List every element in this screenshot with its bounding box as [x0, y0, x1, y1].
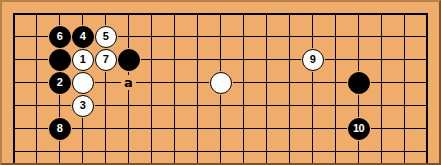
- intersection-1-3: [2, 48, 25, 71]
- intersection-12-6: [255, 117, 278, 140]
- intersection-2-1: [25, 2, 48, 25]
- intersection-5-2: 5: [94, 25, 117, 48]
- intersection-4-3: 1: [71, 48, 94, 71]
- intersection-14-4: [301, 71, 324, 94]
- intersection-7-5: [140, 94, 163, 117]
- intersection-11-1: [232, 2, 255, 25]
- black-stone-4: 4: [72, 26, 94, 48]
- intersection-13-2: [278, 25, 301, 48]
- intersection-1-5: [2, 94, 25, 117]
- intersection-11-7: [232, 140, 255, 163]
- intersection-15-3: [324, 48, 347, 71]
- white-stone-7: 7: [95, 49, 117, 71]
- intersection-4-1: [71, 2, 94, 25]
- black-stone-8: 8: [49, 118, 71, 140]
- intersection-10-5: [209, 94, 232, 117]
- intersection-3-6: 8: [48, 117, 71, 140]
- intersection-19-2: [416, 25, 439, 48]
- intersection-7-6: [140, 117, 163, 140]
- intersection-14-1: [301, 2, 324, 25]
- intersection-15-4: [324, 71, 347, 94]
- intersection-10-3: [209, 48, 232, 71]
- intersection-8-1: [163, 2, 186, 25]
- intersection-12-5: [255, 94, 278, 117]
- intersection-4-2: 4: [71, 25, 94, 48]
- intersection-2-3: [25, 48, 48, 71]
- intersection-18-3: [393, 48, 416, 71]
- intersection-16-6: 10: [347, 117, 370, 140]
- intersection-16-1: [347, 2, 370, 25]
- intersection-3-5: [48, 94, 71, 117]
- intersection-12-4: [255, 71, 278, 94]
- white-stone: [210, 72, 232, 94]
- intersection-7-2: [140, 25, 163, 48]
- intersection-5-3: 7: [94, 48, 117, 71]
- intersection-11-5: [232, 94, 255, 117]
- intersection-10-1: [209, 2, 232, 25]
- intersection-17-4: [370, 71, 393, 94]
- intersection-9-6: [186, 117, 209, 140]
- intersection-16-4: [347, 71, 370, 94]
- intersection-14-6: [301, 117, 324, 140]
- go-board-diagram: 6451792a3810: [0, 0, 441, 165]
- intersection-10-7: [209, 140, 232, 163]
- intersection-10-6: [209, 117, 232, 140]
- intersection-19-3: [416, 48, 439, 71]
- intersection-9-3: [186, 48, 209, 71]
- intersection-19-7: [416, 140, 439, 163]
- intersection-17-2: [370, 25, 393, 48]
- intersection-17-3: [370, 48, 393, 71]
- intersection-15-7: [324, 140, 347, 163]
- intersection-8-7: [163, 140, 186, 163]
- intersection-8-6: [163, 117, 186, 140]
- intersection-19-1: [416, 2, 439, 25]
- intersection-3-3: [48, 48, 71, 71]
- intersection-15-1: [324, 2, 347, 25]
- intersection-3-7: [48, 140, 71, 163]
- intersection-15-5: [324, 94, 347, 117]
- point-label-a: a: [121, 75, 136, 90]
- intersection-17-6: [370, 117, 393, 140]
- intersection-5-7: [94, 140, 117, 163]
- intersection-9-2: [186, 25, 209, 48]
- intersection-8-5: [163, 94, 186, 117]
- intersection-2-2: [25, 25, 48, 48]
- intersection-18-1: [393, 2, 416, 25]
- intersection-17-1: [370, 2, 393, 25]
- intersection-3-1: [48, 2, 71, 25]
- intersection-2-7: [25, 140, 48, 163]
- intersection-9-5: [186, 94, 209, 117]
- intersection-15-2: [324, 25, 347, 48]
- white-stone-3: 3: [72, 95, 94, 117]
- intersection-12-3: [255, 48, 278, 71]
- intersection-8-3: [163, 48, 186, 71]
- intersection-16-7: [347, 140, 370, 163]
- intersection-4-6: [71, 117, 94, 140]
- intersection-14-3: 9: [301, 48, 324, 71]
- intersection-16-3: [347, 48, 370, 71]
- intersection-10-4: [209, 71, 232, 94]
- intersection-16-5: [347, 94, 370, 117]
- intersection-4-5: 3: [71, 94, 94, 117]
- intersection-9-1: [186, 2, 209, 25]
- intersection-18-4: [393, 71, 416, 94]
- black-stone-2: 2: [49, 72, 71, 94]
- intersection-18-7: [393, 140, 416, 163]
- intersection-13-3: [278, 48, 301, 71]
- intersection-12-2: [255, 25, 278, 48]
- white-stone-1: 1: [72, 49, 94, 71]
- intersection-7-3: [140, 48, 163, 71]
- intersection-12-1: [255, 2, 278, 25]
- intersection-19-6: [416, 117, 439, 140]
- intersection-15-6: [324, 117, 347, 140]
- intersection-13-1: [278, 2, 301, 25]
- intersection-6-7: [117, 140, 140, 163]
- intersection-5-1: [94, 2, 117, 25]
- intersection-12-7: [255, 140, 278, 163]
- intersection-6-2: [117, 25, 140, 48]
- black-stone-10: 10: [348, 118, 370, 140]
- intersection-17-7: [370, 140, 393, 163]
- intersection-11-3: [232, 48, 255, 71]
- intersection-11-6: [232, 117, 255, 140]
- intersection-13-5: [278, 94, 301, 117]
- intersection-11-2: [232, 25, 255, 48]
- intersection-16-2: [347, 25, 370, 48]
- intersection-2-5: [25, 94, 48, 117]
- intersection-18-6: [393, 117, 416, 140]
- black-stone: [49, 49, 71, 71]
- intersection-18-5: [393, 94, 416, 117]
- intersection-13-4: [278, 71, 301, 94]
- intersection-5-5: [94, 94, 117, 117]
- black-stone: [348, 72, 370, 94]
- intersection-6-5: [117, 94, 140, 117]
- intersection-19-4: [416, 71, 439, 94]
- intersection-4-7: [71, 140, 94, 163]
- intersection-7-1: [140, 2, 163, 25]
- white-stone-5: 5: [95, 26, 117, 48]
- intersection-6-3: [117, 48, 140, 71]
- intersection-14-7: [301, 140, 324, 163]
- intersection-8-2: [163, 25, 186, 48]
- intersection-4-4: [71, 71, 94, 94]
- intersection-3-2: 6: [48, 25, 71, 48]
- intersection-18-2: [393, 25, 416, 48]
- intersection-1-2: [2, 25, 25, 48]
- intersection-1-1: [2, 2, 25, 25]
- white-stone-9: 9: [302, 49, 324, 71]
- intersection-6-1: [117, 2, 140, 25]
- intersection-2-4: [25, 71, 48, 94]
- intersection-10-2: [209, 25, 232, 48]
- intersection-14-2: [301, 25, 324, 48]
- intersection-9-7: [186, 140, 209, 163]
- go-board: 6451792a3810: [2, 2, 439, 163]
- intersection-6-6: [117, 117, 140, 140]
- intersection-11-4: [232, 71, 255, 94]
- intersection-9-4: [186, 71, 209, 94]
- intersection-2-6: [25, 117, 48, 140]
- intersection-3-4: 2: [48, 71, 71, 94]
- intersection-6-4: a: [117, 71, 140, 94]
- intersection-13-6: [278, 117, 301, 140]
- intersection-7-7: [140, 140, 163, 163]
- intersection-1-7: [2, 140, 25, 163]
- intersection-5-4: [94, 71, 117, 94]
- intersection-5-6: [94, 117, 117, 140]
- intersection-14-5: [301, 94, 324, 117]
- white-stone: [72, 72, 94, 94]
- intersection-1-4: [2, 71, 25, 94]
- intersection-1-6: [2, 117, 25, 140]
- intersection-13-7: [278, 140, 301, 163]
- black-stone-6: 6: [49, 26, 71, 48]
- intersection-19-5: [416, 94, 439, 117]
- black-stone: [118, 49, 140, 71]
- intersection-8-4: [163, 71, 186, 94]
- intersection-7-4: [140, 71, 163, 94]
- intersection-17-5: [370, 94, 393, 117]
